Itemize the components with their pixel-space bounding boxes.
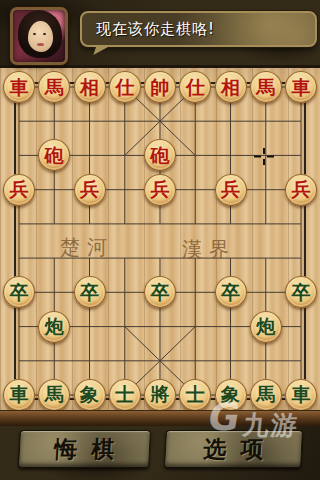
- piece-red-車[interactable]: 車: [3, 71, 35, 103]
- piece-black-馬[interactable]: 馬: [250, 379, 282, 411]
- piece-red-馬[interactable]: 馬: [38, 71, 70, 103]
- piece-red-相[interactable]: 相: [215, 71, 247, 103]
- piece-red-兵[interactable]: 兵: [3, 174, 35, 206]
- crosshair-cursor: [254, 148, 274, 165]
- xiangqi-board[interactable]: 楚河 漢界 車馬相仕帥仕相馬車砲砲兵兵兵兵兵卒卒卒卒卒炮炮車馬象士將士象馬車: [0, 68, 320, 410]
- piece-red-車[interactable]: 車: [285, 71, 317, 103]
- piece-black-馬[interactable]: 馬: [38, 379, 70, 411]
- piece-red-兵[interactable]: 兵: [74, 174, 106, 206]
- piece-black-炮[interactable]: 炮: [250, 311, 282, 343]
- board-bottom-edge: [0, 410, 320, 426]
- undo-button[interactable]: 悔棋: [18, 430, 151, 468]
- piece-red-仕[interactable]: 仕: [179, 71, 211, 103]
- speech-bubble: 现在该你走棋咯!: [80, 11, 317, 47]
- turn-prompt-text: 现在该你走棋咯!: [82, 13, 315, 39]
- piece-red-仕[interactable]: 仕: [109, 71, 141, 103]
- piece-black-士[interactable]: 士: [109, 379, 141, 411]
- piece-black-卒[interactable]: 卒: [74, 276, 106, 308]
- piece-red-兵[interactable]: 兵: [285, 174, 317, 206]
- game-screen: 现在该你走棋咯! 楚河 漢界 車馬相仕帥仕相馬車砲砲兵兵兵兵兵卒卒卒卒卒炮炮車馬…: [0, 0, 320, 480]
- piece-black-將[interactable]: 將: [144, 379, 176, 411]
- piece-black-象[interactable]: 象: [74, 379, 106, 411]
- piece-black-車[interactable]: 車: [285, 379, 317, 411]
- piece-red-馬[interactable]: 馬: [250, 71, 282, 103]
- piece-red-帥[interactable]: 帥: [144, 71, 176, 103]
- piece-black-士[interactable]: 士: [179, 379, 211, 411]
- river-label-right: 漢界: [182, 236, 236, 263]
- board-grid: [0, 68, 320, 410]
- piece-black-卒[interactable]: 卒: [215, 276, 247, 308]
- piece-red-兵[interactable]: 兵: [215, 174, 247, 206]
- avatar-face: [28, 21, 53, 52]
- piece-red-兵[interactable]: 兵: [144, 174, 176, 206]
- piece-black-象[interactable]: 象: [215, 379, 247, 411]
- river-label-left: 楚河: [60, 234, 114, 261]
- options-button[interactable]: 选项: [164, 430, 303, 468]
- piece-black-車[interactable]: 車: [3, 379, 35, 411]
- piece-red-相[interactable]: 相: [74, 71, 106, 103]
- piece-black-炮[interactable]: 炮: [38, 311, 70, 343]
- opponent-avatar: [10, 7, 68, 65]
